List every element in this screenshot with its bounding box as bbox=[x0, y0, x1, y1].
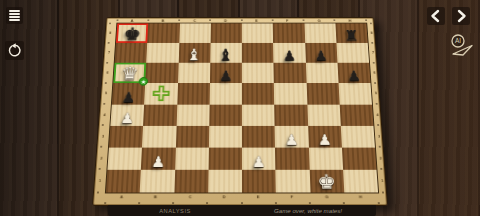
square-b2[interactable]: ♟ bbox=[141, 147, 175, 169]
piece-black-bishop[interactable]: ♝ bbox=[218, 47, 234, 63]
hamburger-menu-icon bbox=[9, 19, 20, 21]
piece-white-pawn[interactable]: ♟ bbox=[151, 155, 166, 170]
square-e2[interactable]: ♟ bbox=[242, 147, 276, 169]
square-f5[interactable] bbox=[274, 83, 307, 104]
analysis-label[interactable]: ANALYSIS bbox=[145, 205, 206, 216]
board-grid: ♚♜♝♝♟♟♛★♟♟♟♟♟♟♟♟♚ bbox=[105, 23, 379, 194]
frame-dot bbox=[116, 19, 118, 21]
square-a3[interactable] bbox=[109, 126, 143, 148]
piece-white-bishop[interactable]: ♝ bbox=[186, 47, 202, 63]
frame-dot bbox=[374, 82, 376, 84]
coordinate-label: F bbox=[284, 195, 300, 200]
square-e7[interactable] bbox=[242, 43, 274, 63]
square-b5[interactable] bbox=[144, 83, 177, 104]
coordinate-label: 6 bbox=[105, 67, 109, 77]
coordinate-label: 1 bbox=[97, 174, 102, 185]
square-d3[interactable] bbox=[209, 126, 242, 148]
coordinate-label: G bbox=[311, 19, 326, 23]
coordinate-label: 2 bbox=[99, 152, 104, 163]
frame-dot bbox=[343, 202, 345, 204]
square-c5[interactable] bbox=[177, 83, 210, 104]
svg-text:AI: AI bbox=[455, 37, 461, 44]
frame-dot bbox=[108, 42, 110, 44]
frame-dot bbox=[382, 191, 384, 193]
last-move-origin-cross-marker bbox=[144, 83, 177, 104]
frame-dot bbox=[178, 19, 180, 21]
square-b8[interactable] bbox=[147, 23, 179, 43]
square-c1[interactable] bbox=[174, 170, 208, 193]
square-d4[interactable] bbox=[209, 104, 242, 125]
square-e6[interactable] bbox=[242, 63, 274, 83]
piece-black-rook[interactable]: ♜ bbox=[344, 28, 360, 43]
coordinate-label: C bbox=[182, 195, 198, 200]
square-a5[interactable]: ♟ bbox=[112, 83, 146, 104]
status-bar: ANALYSIS Game over, white mates! bbox=[108, 205, 376, 216]
square-g3[interactable]: ♟ bbox=[308, 126, 342, 148]
square-c8[interactable] bbox=[179, 23, 211, 43]
frame-dot bbox=[275, 202, 277, 204]
frame-dot bbox=[309, 202, 311, 204]
square-g7[interactable]: ♟ bbox=[305, 43, 338, 63]
square-c7[interactable]: ♝ bbox=[178, 43, 210, 63]
frame-dot bbox=[371, 42, 373, 44]
square-c4[interactable] bbox=[176, 104, 209, 125]
menu-button[interactable] bbox=[6, 7, 23, 24]
square-d8[interactable] bbox=[210, 23, 241, 43]
coordinate-label: B bbox=[156, 19, 171, 23]
frame-dot bbox=[172, 202, 174, 204]
coordinate-label: 1 bbox=[380, 174, 385, 185]
square-f4[interactable] bbox=[274, 104, 307, 125]
coordinate-label: G bbox=[318, 195, 335, 200]
frame-dot bbox=[240, 202, 242, 204]
hamburger-menu-icon bbox=[9, 10, 20, 12]
square-a6[interactable]: ♛★ bbox=[113, 63, 146, 83]
square-a4[interactable]: ♟ bbox=[110, 104, 144, 125]
piece-black-pawn[interactable]: ♟ bbox=[283, 50, 297, 63]
coordinate-label: 8 bbox=[108, 27, 112, 37]
square-d5[interactable] bbox=[209, 83, 242, 104]
replay-circular-arrow-icon bbox=[7, 43, 22, 58]
square-d7[interactable]: ♝ bbox=[210, 43, 242, 63]
piece-white-queen[interactable]: ♛ bbox=[120, 66, 139, 84]
coordinate-label: E bbox=[250, 195, 266, 200]
frame-dot bbox=[209, 19, 211, 21]
coordinate-label: 5 bbox=[104, 88, 109, 98]
frame-dot bbox=[105, 82, 107, 84]
square-d6[interactable]: ♟ bbox=[210, 63, 242, 83]
coordinate-label: 3 bbox=[377, 130, 382, 141]
square-e4[interactable] bbox=[242, 104, 275, 125]
coordinate-label: H bbox=[342, 19, 357, 23]
next-move-button[interactable] bbox=[452, 7, 470, 25]
square-b1[interactable] bbox=[140, 170, 175, 193]
square-f7[interactable]: ♟ bbox=[273, 43, 305, 63]
hamburger-menu-icon bbox=[9, 13, 20, 15]
coordinate-label: 2 bbox=[378, 152, 383, 163]
square-h3[interactable] bbox=[341, 126, 375, 148]
coordinate-label: F bbox=[280, 19, 295, 23]
square-g6[interactable] bbox=[305, 63, 338, 83]
square-b3[interactable] bbox=[142, 126, 176, 148]
ai-hint-button[interactable]: AI bbox=[448, 33, 476, 59]
frame-dot bbox=[377, 202, 379, 204]
square-f6[interactable] bbox=[274, 63, 307, 83]
coordinate-label: A bbox=[113, 195, 130, 200]
hamburger-menu-icon bbox=[9, 16, 20, 18]
frame-dot bbox=[272, 19, 274, 21]
square-h6[interactable]: ♟ bbox=[337, 63, 370, 83]
piece-black-pawn[interactable]: ♟ bbox=[347, 70, 361, 84]
coordinate-label: 3 bbox=[101, 130, 106, 141]
frame-dot bbox=[147, 19, 149, 21]
file-labels-top: ABCDEFGH bbox=[116, 17, 365, 25]
chevron-right-icon bbox=[452, 7, 470, 25]
frame-dot bbox=[240, 19, 242, 21]
frame-dot bbox=[97, 191, 99, 193]
square-f2[interactable] bbox=[275, 147, 309, 169]
square-c2[interactable] bbox=[175, 147, 209, 169]
coordinate-label: 8 bbox=[369, 27, 373, 37]
square-f8[interactable] bbox=[273, 23, 305, 43]
piece-white-pawn[interactable]: ♟ bbox=[285, 133, 299, 148]
piece-white-king[interactable]: ♚ bbox=[317, 173, 336, 193]
square-h1[interactable] bbox=[343, 170, 378, 193]
square-a1[interactable] bbox=[106, 170, 141, 193]
coordinate-label: 5 bbox=[374, 88, 379, 98]
coordinate-label: A bbox=[125, 19, 140, 23]
file-labels-bottom: ABCDEFGH bbox=[104, 193, 377, 203]
piece-black-king[interactable]: ♚ bbox=[123, 26, 141, 43]
piece-white-pawn[interactable]: ♟ bbox=[252, 155, 266, 170]
coordinate-label: 7 bbox=[107, 47, 111, 57]
square-a2[interactable] bbox=[107, 147, 142, 169]
square-h8[interactable]: ♜ bbox=[335, 23, 367, 43]
coordinate-label: H bbox=[352, 195, 369, 200]
square-f3[interactable]: ♟ bbox=[275, 126, 309, 148]
square-b4[interactable] bbox=[143, 104, 177, 125]
coordinate-label: B bbox=[147, 195, 164, 200]
square-e1[interactable] bbox=[242, 170, 276, 193]
square-c3[interactable] bbox=[175, 126, 209, 148]
square-g5[interactable] bbox=[306, 83, 339, 104]
coordinate-label: 4 bbox=[375, 109, 380, 120]
square-h7[interactable] bbox=[336, 43, 369, 63]
square-e8[interactable] bbox=[242, 23, 273, 43]
frame-dot bbox=[376, 103, 378, 105]
square-g8[interactable] bbox=[304, 23, 336, 43]
coordinate-label: D bbox=[218, 19, 233, 23]
frame-dot bbox=[303, 19, 305, 21]
square-a7[interactable] bbox=[115, 43, 148, 63]
square-f1[interactable] bbox=[276, 170, 310, 193]
piece-black-pawn[interactable]: ♟ bbox=[314, 50, 328, 63]
square-g2[interactable] bbox=[308, 147, 342, 169]
frame-dot bbox=[206, 202, 208, 204]
frame-dot bbox=[373, 62, 375, 64]
frame-dot bbox=[370, 22, 372, 24]
coordinate-label: 7 bbox=[371, 47, 375, 57]
chess-board-frame: ♚♜♝♝♟♟♛★♟♟♟♟♟♟♟♟♚ ABCDEFGH ABCDEFGH 8765… bbox=[92, 17, 388, 206]
coordinate-label: 4 bbox=[102, 109, 107, 120]
square-h5[interactable] bbox=[338, 83, 372, 104]
piece-white-pawn[interactable]: ♟ bbox=[318, 133, 333, 148]
square-g4[interactable] bbox=[307, 104, 341, 125]
coordinate-label: D bbox=[216, 195, 232, 200]
square-a8[interactable]: ♚ bbox=[116, 23, 148, 43]
piece-black-pawn[interactable]: ♟ bbox=[219, 70, 233, 84]
square-g1[interactable]: ♚ bbox=[309, 170, 344, 193]
previous-move-button[interactable] bbox=[427, 7, 445, 25]
square-h2[interactable] bbox=[342, 147, 377, 169]
square-e5[interactable] bbox=[242, 83, 275, 104]
frame-dot bbox=[334, 19, 336, 21]
square-b6[interactable] bbox=[145, 63, 178, 83]
chevron-left-icon bbox=[427, 7, 445, 25]
piece-black-pawn[interactable]: ♟ bbox=[121, 90, 135, 104]
ai-icon: AI bbox=[448, 33, 476, 59]
square-d1[interactable] bbox=[208, 170, 242, 193]
game-result-message: Game over, white mates! bbox=[247, 205, 369, 216]
square-c6[interactable] bbox=[178, 63, 210, 83]
frame-dot bbox=[109, 22, 111, 24]
square-d2[interactable] bbox=[208, 147, 242, 169]
square-e3[interactable] bbox=[242, 126, 275, 148]
square-h4[interactable] bbox=[339, 104, 373, 125]
replay-button[interactable] bbox=[5, 41, 24, 60]
piece-white-pawn[interactable]: ♟ bbox=[120, 111, 135, 125]
coordinate-label: 6 bbox=[372, 67, 376, 77]
coordinate-label: C bbox=[187, 19, 202, 23]
coordinate-label: E bbox=[249, 19, 264, 23]
frame-dot bbox=[138, 202, 140, 204]
frame-dot bbox=[104, 202, 106, 204]
square-b7[interactable] bbox=[146, 43, 178, 63]
frame-dot bbox=[106, 62, 108, 64]
frame-dot bbox=[365, 19, 367, 21]
